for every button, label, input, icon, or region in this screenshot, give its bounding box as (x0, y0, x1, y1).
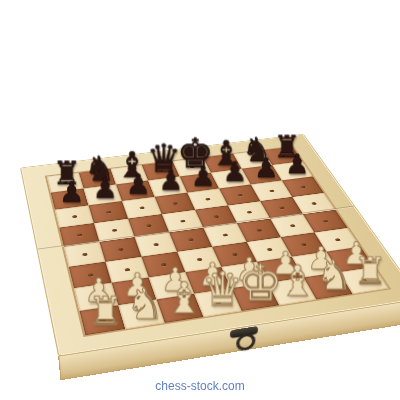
peg-hole-icon (300, 243, 306, 246)
peg-hole-icon (153, 243, 159, 246)
black-pawn-f7: ♟ (223, 159, 247, 186)
white-knight-g1: ♞ (316, 255, 353, 296)
peg-hole-icon (111, 228, 117, 231)
peg-hole-icon (146, 224, 152, 227)
square-f7: ♟ (211, 169, 251, 189)
watermark-link[interactable]: chess-stock.com (0, 379, 400, 393)
product-photo: ♜♞♝♛♚♝♞♜♟♟♟♟♟♟♟♟♟♟♟♟♟♟♟♟♜♞♝♛♚♝♞♜ chess-s… (0, 0, 400, 400)
white-rook-a1: ♜ (88, 292, 123, 331)
peg-hole-icon (311, 202, 317, 205)
black-pawn-h7: ♟ (285, 151, 309, 178)
black-pawn-e7: ♟ (191, 163, 216, 190)
peg-hole-icon (105, 210, 110, 213)
white-bishop-c1: ♝ (165, 276, 204, 319)
peg-hole-icon (205, 198, 211, 201)
peg-hole-icon (213, 215, 219, 218)
peg-hole-icon (278, 206, 284, 209)
peg-hole-icon (222, 233, 228, 236)
peg-hole-icon (172, 202, 178, 205)
peg-hole-icon (71, 215, 76, 218)
white-bishop-f1: ♝ (279, 260, 317, 302)
black-pawn-g7: ♟ (254, 155, 278, 182)
peg-hole-icon (268, 189, 274, 192)
square-a7: ♟ (51, 189, 89, 210)
square-b7: ♟ (84, 185, 122, 206)
chess-board: ♜♞♝♛♚♝♞♜♟♟♟♟♟♟♟♟♟♟♟♟♟♟♟♟♜♞♝♛♚♝♞♜ (20, 134, 400, 356)
chess-board-squares: ♜♞♝♛♚♝♞♜♟♟♟♟♟♟♟♟♟♟♟♟♟♟♟♟♜♞♝♛♚♝♞♜ (45, 146, 392, 337)
black-pawn-c7: ♟ (126, 171, 151, 199)
white-knight-b1: ♞ (126, 283, 164, 325)
black-pawn-b7: ♟ (93, 175, 118, 203)
peg-hole-icon (117, 248, 123, 251)
peg-hole-icon (289, 224, 295, 227)
black-pawn-a7: ♟ (59, 179, 84, 207)
square-e7: ♟ (180, 173, 219, 193)
white-queen-d1: ♛ (201, 266, 243, 313)
peg-hole-icon (179, 219, 185, 222)
peg-hole-icon (237, 193, 243, 196)
square-c7: ♟ (116, 181, 155, 202)
peg-hole-icon (246, 210, 252, 213)
peg-hole-icon (76, 233, 82, 236)
white-king-e1: ♚ (238, 257, 283, 307)
peg-hole-icon (322, 219, 328, 222)
square-b1: ♞ (118, 299, 164, 329)
peg-hole-icon (187, 238, 193, 241)
white-rook-h1: ♜ (354, 253, 387, 290)
square-a1: ♜ (79, 305, 125, 335)
peg-hole-icon (82, 252, 88, 255)
peg-hole-icon (139, 206, 145, 209)
peg-hole-icon (256, 228, 262, 231)
chessboard-scene: ♜♞♝♛♚♝♞♜♟♟♟♟♟♟♟♟♟♟♟♟♟♟♟♟♜♞♝♛♚♝♞♜ (0, 0, 400, 400)
black-pawn-d7: ♟ (158, 167, 183, 195)
peg-hole-icon (300, 185, 306, 188)
box-clasp (227, 326, 260, 352)
